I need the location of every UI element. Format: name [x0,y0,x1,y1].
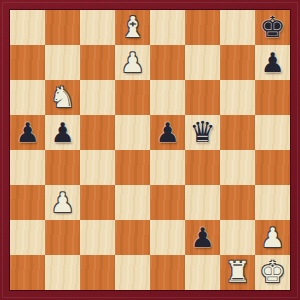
square-g7[interactable] [220,45,255,80]
square-c1[interactable] [80,255,115,290]
square-g3[interactable] [220,185,255,220]
square-b7[interactable] [45,45,80,80]
square-d1[interactable] [115,255,150,290]
square-f7[interactable] [185,45,220,80]
square-h1[interactable]: ♚ [255,255,290,290]
board-frame: ♝♚♟♟♞♟♟♟♛♟♟♟♜♚ [0,0,300,300]
piece-white-king-h1[interactable]: ♚ [260,255,286,290]
square-h3[interactable] [255,185,290,220]
square-d7[interactable]: ♟ [115,45,150,80]
square-g8[interactable] [220,10,255,45]
square-g1[interactable]: ♜ [220,255,255,290]
square-c8[interactable] [80,10,115,45]
piece-white-pawn-h2[interactable]: ♟ [260,220,284,255]
square-g2[interactable] [220,220,255,255]
square-a4[interactable] [10,150,45,185]
piece-black-pawn-f2[interactable]: ♟ [190,220,214,255]
piece-white-pawn-b3[interactable]: ♟ [50,185,74,220]
square-f3[interactable] [185,185,220,220]
square-f2[interactable]: ♟ [185,220,220,255]
square-d2[interactable] [115,220,150,255]
piece-black-king-h8[interactable]: ♚ [260,10,286,45]
piece-black-pawn-a5[interactable]: ♟ [15,115,39,150]
square-a6[interactable] [10,80,45,115]
square-f1[interactable] [185,255,220,290]
square-g4[interactable] [220,150,255,185]
square-b5[interactable]: ♟ [45,115,80,150]
piece-black-queen-f5[interactable]: ♛ [190,115,216,150]
square-f8[interactable] [185,10,220,45]
piece-black-pawn-e5[interactable]: ♟ [155,115,179,150]
square-h5[interactable] [255,115,290,150]
square-h6[interactable] [255,80,290,115]
square-f4[interactable] [185,150,220,185]
square-c2[interactable] [80,220,115,255]
square-c5[interactable] [80,115,115,150]
square-a1[interactable] [10,255,45,290]
piece-white-pawn-d7[interactable]: ♟ [120,45,144,80]
square-a5[interactable]: ♟ [10,115,45,150]
square-b2[interactable] [45,220,80,255]
piece-white-bishop-d8[interactable]: ♝ [120,10,146,45]
square-c4[interactable] [80,150,115,185]
square-a3[interactable] [10,185,45,220]
piece-black-pawn-h7[interactable]: ♟ [260,45,284,80]
square-e4[interactable] [150,150,185,185]
square-b4[interactable] [45,150,80,185]
square-h2[interactable]: ♟ [255,220,290,255]
square-c7[interactable] [80,45,115,80]
square-h8[interactable]: ♚ [255,10,290,45]
square-b3[interactable]: ♟ [45,185,80,220]
square-e1[interactable] [150,255,185,290]
piece-white-knight-b6[interactable]: ♞ [50,80,76,115]
square-b6[interactable]: ♞ [45,80,80,115]
square-a2[interactable] [10,220,45,255]
square-d5[interactable] [115,115,150,150]
square-g5[interactable] [220,115,255,150]
square-e6[interactable] [150,80,185,115]
square-e3[interactable] [150,185,185,220]
square-d4[interactable] [115,150,150,185]
piece-black-pawn-b5[interactable]: ♟ [50,115,74,150]
square-h7[interactable]: ♟ [255,45,290,80]
square-e5[interactable]: ♟ [150,115,185,150]
square-e8[interactable] [150,10,185,45]
square-h4[interactable] [255,150,290,185]
square-a8[interactable] [10,10,45,45]
chess-board: ♝♚♟♟♞♟♟♟♛♟♟♟♜♚ [10,10,290,290]
square-g6[interactable] [220,80,255,115]
square-f6[interactable] [185,80,220,115]
square-b8[interactable] [45,10,80,45]
square-e2[interactable] [150,220,185,255]
square-a7[interactable] [10,45,45,80]
piece-white-rook-g1[interactable]: ♜ [225,255,251,290]
square-e7[interactable] [150,45,185,80]
square-d8[interactable]: ♝ [115,10,150,45]
square-f5[interactable]: ♛ [185,115,220,150]
square-b1[interactable] [45,255,80,290]
square-d6[interactable] [115,80,150,115]
square-c6[interactable] [80,80,115,115]
square-d3[interactable] [115,185,150,220]
square-c3[interactable] [80,185,115,220]
